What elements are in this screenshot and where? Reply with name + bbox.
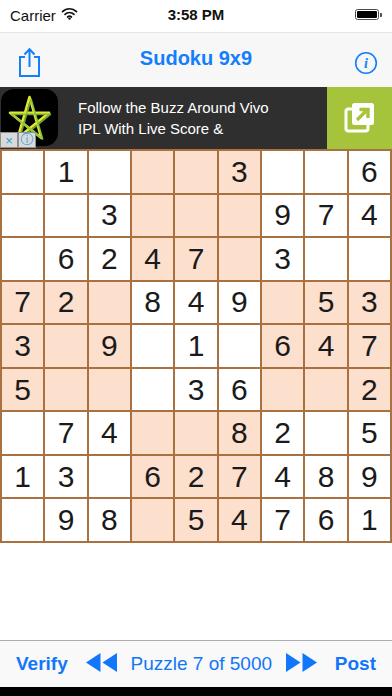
sudoku-cell-r2c8[interactable]: 7 [305,195,346,237]
sudoku-cell-r3c7[interactable]: 3 [262,238,303,280]
sudoku-cell-r7c1[interactable] [2,412,43,454]
sudoku-cell-r8c1[interactable]: 1 [2,456,43,498]
ad-close-button[interactable]: × [0,132,18,148]
bottom-black-strip [0,687,392,696]
sudoku-cell-r3c4[interactable]: 4 [132,238,173,280]
sudoku-cell-r5c4[interactable] [132,325,173,367]
post-button[interactable]: Post [331,651,380,677]
ad-headline-line2: IPL With Live Score & [78,118,327,139]
sudoku-cell-r9c8[interactable]: 6 [305,499,346,541]
next-puzzle-button[interactable] [284,651,319,677]
sudoku-cell-r8c9[interactable]: 9 [349,456,390,498]
sudoku-cell-r4c1[interactable]: 7 [2,282,43,324]
sudoku-cell-r9c9[interactable]: 1 [349,499,390,541]
sudoku-cell-r4c8[interactable]: 5 [305,282,346,324]
ad-app-icon-area: × ⓘ [0,87,60,149]
sudoku-cell-r8c4[interactable]: 6 [132,456,173,498]
sudoku-cell-r8c6[interactable]: 7 [219,456,260,498]
sudoku-cell-r9c4[interactable] [132,499,173,541]
sudoku-cell-r7c9[interactable]: 5 [349,412,390,454]
sudoku-cell-r5c3[interactable]: 9 [89,325,130,367]
sudoku-cell-r3c5[interactable]: 7 [175,238,216,280]
sudoku-cell-r9c7[interactable]: 7 [262,499,303,541]
sudoku-cell-r6c9[interactable]: 2 [349,369,390,411]
puzzle-counter: Puzzle 7 of 5000 [131,653,273,675]
rewind-icon [86,653,117,675]
nav-bar: Sudoku 9x9 i [0,33,392,87]
bottom-toolbar: Verify Puzzle 7 of 5000 [0,640,392,687]
sudoku-cell-r3c1[interactable] [2,238,43,280]
sudoku-cell-r3c9[interactable] [349,238,390,280]
sudoku-cell-r7c8[interactable] [305,412,346,454]
sudoku-cell-r4c3[interactable] [89,282,130,324]
sudoku-cell-r5c8[interactable]: 4 [305,325,346,367]
sudoku-cell-r8c5[interactable]: 2 [175,456,216,498]
sudoku-cell-r2c7[interactable]: 9 [262,195,303,237]
ad-headline-line1: Follow the Buzz Around Vivo [78,97,327,118]
ad-info-button[interactable]: ⓘ [18,132,36,148]
sudoku-cell-r4c5[interactable]: 4 [175,282,216,324]
sudoku-cell-r4c7[interactable] [262,282,303,324]
clock: 3:58 PM [0,6,392,23]
sudoku-cell-r1c8[interactable] [305,151,346,193]
battery-icon [355,9,382,20]
sudoku-cell-r7c2[interactable]: 7 [45,412,86,454]
sudoku-cell-r4c4[interactable]: 8 [132,282,173,324]
sudoku-cell-r1c1[interactable] [2,151,43,193]
sudoku-cell-r1c4[interactable] [132,151,173,193]
sudoku-cell-r6c4[interactable] [132,369,173,411]
sudoku-cell-r3c2[interactable]: 6 [45,238,86,280]
sudoku-cell-r2c3[interactable]: 3 [89,195,130,237]
sudoku-cell-r2c2[interactable] [45,195,86,237]
sudoku-cell-r6c5[interactable]: 3 [175,369,216,411]
status-bar: Carrier 3:58 PM [0,0,392,33]
sudoku-cell-r5c5[interactable]: 1 [175,325,216,367]
info-button[interactable]: i [350,47,382,82]
sudoku-cell-r4c6[interactable]: 9 [219,282,260,324]
previous-puzzle-button[interactable] [84,651,119,677]
app-screen: Carrier 3:58 PM [0,0,392,696]
svg-text:i: i [364,56,368,71]
sudoku-cell-r7c4[interactable] [132,412,173,454]
sudoku-cell-r4c2[interactable]: 2 [45,282,86,324]
sudoku-cell-r6c7[interactable] [262,369,303,411]
sudoku-cell-r7c3[interactable]: 4 [89,412,130,454]
sudoku-cell-r3c8[interactable] [305,238,346,280]
sudoku-cell-r3c6[interactable] [219,238,260,280]
sudoku-cell-r9c3[interactable]: 8 [89,499,130,541]
sudoku-cell-r9c6[interactable]: 4 [219,499,260,541]
sudoku-cell-r8c8[interactable]: 8 [305,456,346,498]
sudoku-cell-r5c7[interactable]: 6 [262,325,303,367]
sudoku-cell-r4c9[interactable]: 3 [349,282,390,324]
sudoku-cell-r8c3[interactable] [89,456,130,498]
sudoku-cell-r1c2[interactable]: 1 [45,151,86,193]
sudoku-cell-r1c3[interactable] [89,151,130,193]
content-spacer [0,543,392,640]
sudoku-cell-r7c6[interactable]: 8 [219,412,260,454]
sudoku-cell-r6c8[interactable] [305,369,346,411]
sudoku-cell-r5c2[interactable] [45,325,86,367]
sudoku-cell-r2c1[interactable] [2,195,43,237]
sudoku-cell-r2c5[interactable] [175,195,216,237]
sudoku-cell-r9c1[interactable] [2,499,43,541]
info-icon: i [354,63,378,78]
sudoku-cell-r7c5[interactable] [175,412,216,454]
sudoku-cell-r6c3[interactable] [89,369,130,411]
sudoku-cell-r2c4[interactable] [132,195,173,237]
sudoku-cell-r2c6[interactable] [219,195,260,237]
ad-headline[interactable]: Follow the Buzz Around Vivo IPL With Liv… [60,87,327,149]
sudoku-cell-r6c6[interactable]: 6 [219,369,260,411]
sudoku-cell-r5c6[interactable] [219,325,260,367]
sudoku-cell-r5c1[interactable]: 3 [2,325,43,367]
ad-open-button[interactable] [327,87,392,149]
open-external-icon [341,98,379,139]
sudoku-cell-r3c3[interactable]: 2 [89,238,130,280]
sudoku-cell-r1c5[interactable] [175,151,216,193]
sudoku-cell-r1c6[interactable]: 3 [219,151,260,193]
ad-banner[interactable]: × ⓘ Follow the Buzz Around Vivo IPL With… [0,87,392,149]
sudoku-board: 1363974624737284953391647536274825136274… [0,149,392,543]
page-title: Sudoku 9x9 [0,47,392,70]
sudoku-cell-r1c9[interactable]: 6 [349,151,390,193]
sudoku-cell-r7c7[interactable]: 2 [262,412,303,454]
sudoku-cell-r8c7[interactable]: 4 [262,456,303,498]
sudoku-cell-r9c2[interactable]: 9 [45,499,86,541]
verify-button[interactable]: Verify [12,651,72,677]
sudoku-cell-r1c7[interactable] [262,151,303,193]
sudoku-cell-r6c2[interactable] [45,369,86,411]
sudoku-cell-r8c2[interactable]: 3 [45,456,86,498]
sudoku-cell-r9c5[interactable]: 5 [175,499,216,541]
sudoku-cell-r2c9[interactable]: 4 [349,195,390,237]
fast-forward-icon [286,653,317,675]
sudoku-cell-r5c9[interactable]: 7 [349,325,390,367]
sudoku-cell-r6c1[interactable]: 5 [2,369,43,411]
